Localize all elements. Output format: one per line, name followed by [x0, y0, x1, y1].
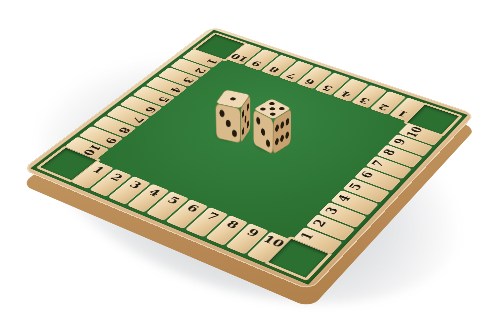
tile-number: 6: [302, 78, 317, 87]
tile-number: 4: [339, 90, 354, 99]
die-2[interactable]: [253, 116, 291, 137]
product-photo-scene: 10987654321 12345678910 10987654321 1234…: [0, 0, 500, 321]
tile-number: 5: [155, 95, 171, 103]
tile-number: 3: [357, 96, 372, 105]
tile-number: 5: [320, 84, 335, 93]
tile-number: 8: [267, 66, 281, 74]
tile-number: 4: [168, 86, 184, 94]
tile-number: 7: [129, 115, 146, 124]
tile-number: 1: [204, 58, 220, 66]
tile-number: 4: [146, 187, 163, 198]
die-1-front-face: [216, 103, 241, 143]
tile-number: 7: [284, 72, 298, 80]
die-1[interactable]: [216, 107, 250, 126]
tile-number: 8: [116, 126, 133, 135]
tile-number: 2: [376, 103, 391, 112]
tile-number: 1: [395, 109, 410, 118]
tile-number: 6: [142, 105, 158, 113]
tile-number: 2: [192, 67, 208, 75]
tile-number: 9: [249, 60, 263, 68]
tile-number: 3: [180, 76, 196, 84]
